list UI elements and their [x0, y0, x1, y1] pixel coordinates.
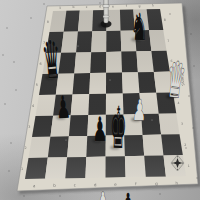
square-c6[interactable]	[74, 52, 91, 73]
table-speck	[13, 61, 14, 62]
square-e8[interactable]	[106, 10, 120, 31]
square-b8[interactable]	[64, 11, 80, 32]
table-speck	[169, 13, 170, 14]
table-speck	[99, 2, 100, 3]
table-speck	[2, 54, 3, 55]
piece-black-knight-g7[interactable]: ♞	[129, 5, 150, 49]
square-d7[interactable]	[91, 31, 106, 52]
square-a4[interactable]	[36, 95, 56, 116]
rank-label-left-8: 8	[47, 20, 49, 24]
square-c4[interactable]	[71, 94, 90, 115]
square-g2[interactable]	[143, 135, 164, 156]
captured-black-pawn[interactable]: ♟	[120, 186, 136, 200]
captured-white-pawn[interactable]: ♟	[96, 186, 109, 200]
board-speck	[77, 45, 78, 46]
table-speck	[43, 3, 44, 4]
file-label-top-b: b	[72, 5, 74, 9]
table-speck	[23, 195, 24, 196]
square-a2[interactable]	[29, 137, 51, 158]
square-d6[interactable]	[90, 52, 106, 73]
table-speck	[59, 195, 60, 196]
square-h2[interactable]	[161, 134, 183, 155]
rank-label-right-2: 2	[184, 143, 186, 147]
chess-board: aa88bb77cc66dd55ee44ff33gg22hh11CHESS♞♛♛…	[0, 0, 200, 200]
file-label-top-a: a	[59, 5, 61, 9]
square-f2[interactable]	[124, 135, 144, 156]
table-speck	[190, 33, 191, 34]
rank-label-left-3: 3	[28, 125, 30, 129]
table-speck	[15, 89, 16, 90]
square-d5[interactable]	[89, 73, 106, 94]
table-speck	[159, 193, 160, 194]
rank-label-right-8: 8	[164, 18, 166, 22]
board-speck	[142, 167, 143, 168]
square-f6[interactable]	[121, 51, 138, 72]
square-h3[interactable]	[159, 113, 180, 134]
piece-black-pawn-b4[interactable]: ♟	[55, 89, 72, 126]
square-b1[interactable]	[45, 157, 67, 178]
rank-label-left-5: 5	[36, 83, 38, 87]
square-c2[interactable]	[67, 136, 87, 157]
square-c1[interactable]	[65, 157, 86, 178]
board-speck	[91, 157, 92, 158]
file-label-top-c: c	[86, 5, 88, 9]
square-b2[interactable]	[48, 136, 69, 157]
square-f5[interactable]	[122, 72, 140, 93]
piece-black-pawn-d3[interactable]: ♟	[92, 109, 107, 148]
square-g6[interactable]	[136, 51, 153, 72]
file-label-bottom-c: c	[74, 182, 76, 187]
square-g5[interactable]	[138, 72, 156, 93]
rank-label-right-1: 1	[188, 164, 190, 168]
board-speck	[109, 79, 110, 80]
square-d1[interactable]	[85, 157, 105, 178]
rank-label-left-4: 4	[32, 104, 34, 108]
square-b7[interactable]	[61, 32, 78, 53]
square-e5[interactable]	[106, 73, 123, 94]
table-speck	[185, 147, 186, 148]
rank-label-left-1: 1	[21, 167, 23, 171]
chessboard-photo: aa88bb77cc66dd55ee44ff33gg22hh11CHESS♞♛♛…	[0, 0, 200, 200]
square-a3[interactable]	[32, 116, 53, 137]
square-e6[interactable]	[106, 52, 122, 73]
square-c5[interactable]	[73, 73, 91, 94]
piece-white-pawn-f4[interactable]: ♟	[132, 94, 148, 127]
square-e7[interactable]	[106, 31, 121, 52]
table-speck	[192, 127, 193, 128]
file-label-top-h: h	[152, 4, 154, 8]
rank-label-left-6: 6	[39, 62, 41, 66]
square-a1[interactable]	[25, 158, 48, 179]
square-g1[interactable]	[144, 156, 166, 177]
file-label-top-d: d	[99, 5, 101, 9]
table-speck	[10, 142, 11, 143]
board-speck	[151, 119, 152, 120]
table-speck	[188, 95, 189, 96]
table-speck	[8, 170, 9, 171]
table-speck	[6, 27, 7, 28]
table-speck	[30, 17, 31, 18]
piece-black-king-e3[interactable]: ♚	[109, 94, 127, 162]
board-speck	[117, 57, 118, 58]
file-label-top-e: e	[112, 4, 114, 8]
rank-label-left-2: 2	[25, 146, 27, 150]
table-speck	[4, 103, 5, 104]
square-c7[interactable]	[76, 31, 92, 52]
square-c8[interactable]	[78, 10, 93, 31]
board-speck	[65, 139, 66, 140]
square-c3[interactable]	[69, 115, 88, 136]
table-speck	[193, 65, 194, 66]
square-f1[interactable]	[125, 156, 146, 177]
rank-label-right-3: 3	[181, 122, 183, 126]
rank-label-right-7: 7	[167, 39, 169, 43]
table-speck	[196, 177, 197, 178]
